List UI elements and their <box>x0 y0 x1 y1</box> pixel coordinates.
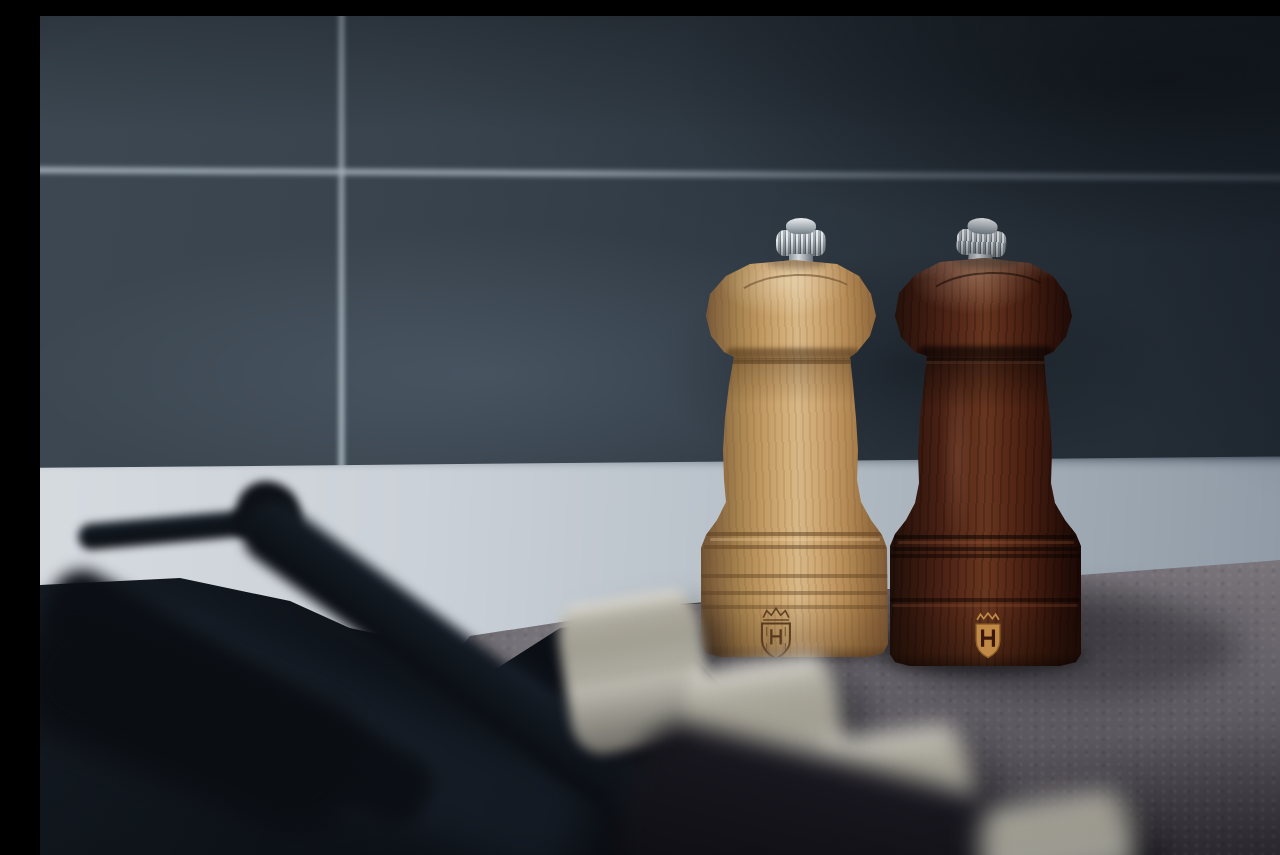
flare-ridge <box>710 538 880 541</box>
flare-groove-1 <box>894 535 1076 539</box>
flare-groove-2 <box>704 545 886 549</box>
pepper-mill-body <box>888 258 1082 666</box>
salt-mill-body <box>698 260 890 658</box>
base-ring-1 <box>890 554 1080 558</box>
salt-mill <box>698 218 890 662</box>
pepper-mill-crest-logo <box>966 610 1010 662</box>
base-ring-1 <box>701 574 888 578</box>
finial-cap <box>967 217 998 235</box>
slate-tile-backsplash <box>40 16 1280 506</box>
finial-cap <box>786 218 816 234</box>
neck-shadow <box>918 358 1054 410</box>
kitchen-photo-scene: Close-up photograph of two wooden spice … <box>40 16 1280 855</box>
base-ring-2 <box>890 598 1080 602</box>
flare-groove-1 <box>706 532 882 536</box>
base-ring-2 <box>701 591 888 595</box>
flare-ridge <box>898 541 1074 544</box>
neck-shadow <box>726 358 860 404</box>
flare-groove-2 <box>892 547 1078 551</box>
body-sheen <box>940 368 974 548</box>
pepper-mill <box>888 216 1082 668</box>
salt-mill-crest-logo <box>752 606 800 658</box>
horizontal-grout-line <box>40 167 1280 181</box>
vertical-grout-line <box>339 16 344 487</box>
